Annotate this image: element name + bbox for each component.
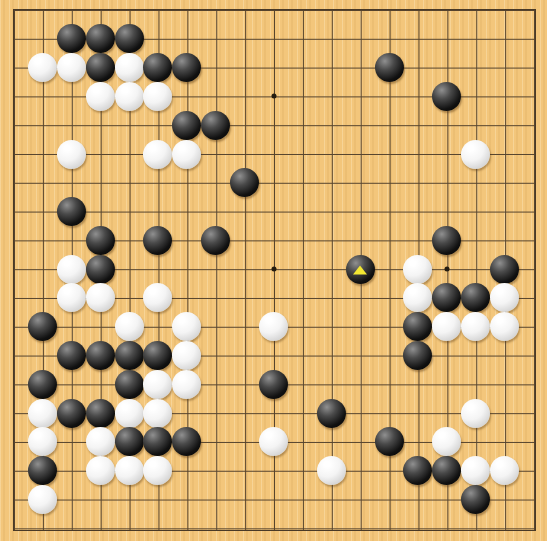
- white-stone: [115, 399, 144, 428]
- black-stone: [172, 111, 201, 140]
- go-board[interactable]: [0, 0, 547, 541]
- black-stone: [375, 53, 404, 82]
- black-stone: [403, 312, 432, 341]
- white-stone: [57, 283, 86, 312]
- black-stone: [201, 226, 230, 255]
- black-stone: [375, 427, 404, 456]
- stones-layer: [0, 0, 547, 541]
- black-stone: [143, 427, 172, 456]
- white-stone: [143, 370, 172, 399]
- black-stone: [259, 370, 288, 399]
- white-stone: [317, 456, 346, 485]
- black-stone: [28, 456, 57, 485]
- white-stone: [86, 283, 115, 312]
- white-stone: [461, 140, 490, 169]
- white-stone: [172, 140, 201, 169]
- white-stone: [28, 427, 57, 456]
- last-move-triangle-icon: [353, 265, 367, 274]
- black-stone: [172, 53, 201, 82]
- white-stone: [490, 283, 519, 312]
- black-stone: [461, 485, 490, 514]
- black-stone: [403, 456, 432, 485]
- white-stone: [143, 399, 172, 428]
- white-stone: [28, 485, 57, 514]
- white-stone: [490, 456, 519, 485]
- black-stone: [143, 341, 172, 370]
- white-stone: [172, 312, 201, 341]
- white-stone: [143, 140, 172, 169]
- white-stone: [86, 82, 115, 111]
- white-stone: [259, 312, 288, 341]
- white-stone: [143, 456, 172, 485]
- black-stone: [432, 82, 461, 111]
- black-stone: [172, 427, 201, 456]
- black-stone: [86, 399, 115, 428]
- black-stone: [115, 427, 144, 456]
- white-stone: [86, 427, 115, 456]
- white-stone: [86, 456, 115, 485]
- black-stone: [28, 370, 57, 399]
- black-stone: [57, 197, 86, 226]
- black-stone: [143, 226, 172, 255]
- black-stone: [86, 53, 115, 82]
- white-stone: [28, 399, 57, 428]
- white-stone: [403, 255, 432, 284]
- white-stone: [143, 82, 172, 111]
- black-stone: [230, 168, 259, 197]
- white-stone: [461, 399, 490, 428]
- black-stone: [86, 341, 115, 370]
- black-stone: [57, 399, 86, 428]
- white-stone: [143, 283, 172, 312]
- white-stone: [115, 82, 144, 111]
- black-stone-last-move: [346, 255, 375, 284]
- white-stone: [432, 427, 461, 456]
- white-stone: [259, 427, 288, 456]
- black-stone: [115, 24, 144, 53]
- black-stone: [115, 341, 144, 370]
- white-stone: [172, 370, 201, 399]
- white-stone: [115, 312, 144, 341]
- black-stone: [86, 24, 115, 53]
- white-stone: [57, 53, 86, 82]
- white-stone: [403, 283, 432, 312]
- black-stone: [86, 255, 115, 284]
- black-stone: [317, 399, 346, 428]
- black-stone: [57, 341, 86, 370]
- black-stone: [432, 283, 461, 312]
- white-stone: [432, 312, 461, 341]
- black-stone: [143, 53, 172, 82]
- white-stone: [57, 255, 86, 284]
- black-stone: [28, 312, 57, 341]
- black-stone: [403, 341, 432, 370]
- black-stone: [115, 370, 144, 399]
- white-stone: [115, 456, 144, 485]
- white-stone: [490, 312, 519, 341]
- black-stone: [461, 283, 490, 312]
- black-stone: [432, 226, 461, 255]
- black-stone: [57, 24, 86, 53]
- black-stone: [86, 226, 115, 255]
- white-stone: [172, 341, 201, 370]
- black-stone: [490, 255, 519, 284]
- white-stone: [28, 53, 57, 82]
- white-stone: [461, 312, 490, 341]
- white-stone: [57, 140, 86, 169]
- white-stone: [461, 456, 490, 485]
- white-stone: [115, 53, 144, 82]
- black-stone: [201, 111, 230, 140]
- black-stone: [432, 456, 461, 485]
